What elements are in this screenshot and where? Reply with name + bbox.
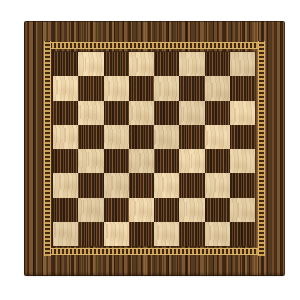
square-r2c5 — [154, 76, 179, 100]
square-r5c7 — [205, 149, 230, 173]
square-r6c3 — [104, 173, 129, 197]
square-r6c1 — [53, 173, 78, 197]
square-r1c6 — [179, 52, 204, 76]
square-r6c8 — [230, 173, 255, 197]
square-r4c2 — [78, 125, 103, 149]
square-r6c4 — [129, 173, 154, 197]
square-r3c3 — [104, 101, 129, 125]
square-r6c6 — [179, 173, 204, 197]
square-r8c1 — [53, 222, 78, 246]
square-r2c4 — [129, 76, 154, 100]
square-r1c5 — [154, 52, 179, 76]
square-r5c4 — [129, 149, 154, 173]
square-r3c2 — [78, 101, 103, 125]
square-r5c2 — [78, 149, 103, 173]
square-r8c2 — [78, 222, 103, 246]
inlay-border-top — [44, 42, 265, 49]
square-r2c1 — [53, 76, 78, 100]
square-r1c4 — [129, 52, 154, 76]
square-r6c5 — [154, 173, 179, 197]
square-r5c1 — [53, 149, 78, 173]
square-r7c8 — [230, 198, 255, 222]
square-r4c1 — [53, 125, 78, 149]
square-r6c7 — [205, 173, 230, 197]
square-r3c8 — [230, 101, 255, 125]
square-r7c5 — [154, 198, 179, 222]
square-r8c5 — [154, 222, 179, 246]
square-r3c5 — [154, 101, 179, 125]
square-r8c7 — [205, 222, 230, 246]
square-r4c5 — [154, 125, 179, 149]
board-grid — [53, 52, 255, 246]
square-r8c3 — [104, 222, 129, 246]
square-r1c3 — [104, 52, 129, 76]
chess-board — [24, 21, 285, 276]
square-r4c8 — [230, 125, 255, 149]
square-r1c7 — [205, 52, 230, 76]
square-r7c6 — [179, 198, 204, 222]
square-r4c4 — [129, 125, 154, 149]
square-r3c7 — [205, 101, 230, 125]
square-r2c6 — [179, 76, 204, 100]
square-r7c4 — [129, 198, 154, 222]
inlay-border-bottom — [44, 248, 265, 255]
square-r7c2 — [78, 198, 103, 222]
square-r3c1 — [53, 101, 78, 125]
square-r4c6 — [179, 125, 204, 149]
square-r7c7 — [205, 198, 230, 222]
square-r5c3 — [104, 149, 129, 173]
square-r4c7 — [205, 125, 230, 149]
square-r1c8 — [230, 52, 255, 76]
square-r4c3 — [104, 125, 129, 149]
square-r2c7 — [205, 76, 230, 100]
square-r3c4 — [129, 101, 154, 125]
inlay-border-right — [258, 41, 265, 256]
square-r6c2 — [78, 173, 103, 197]
square-r5c6 — [179, 149, 204, 173]
inlay-border-left — [44, 41, 51, 256]
photo-background — [0, 0, 300, 300]
square-r8c8 — [230, 222, 255, 246]
square-r8c6 — [179, 222, 204, 246]
square-r3c6 — [179, 101, 204, 125]
square-r2c8 — [230, 76, 255, 100]
square-r8c4 — [129, 222, 154, 246]
square-r5c8 — [230, 149, 255, 173]
square-r7c3 — [104, 198, 129, 222]
square-r7c1 — [53, 198, 78, 222]
square-r1c2 — [78, 52, 103, 76]
square-r1c1 — [53, 52, 78, 76]
square-r5c5 — [154, 149, 179, 173]
square-r2c2 — [78, 76, 103, 100]
square-r2c3 — [104, 76, 129, 100]
